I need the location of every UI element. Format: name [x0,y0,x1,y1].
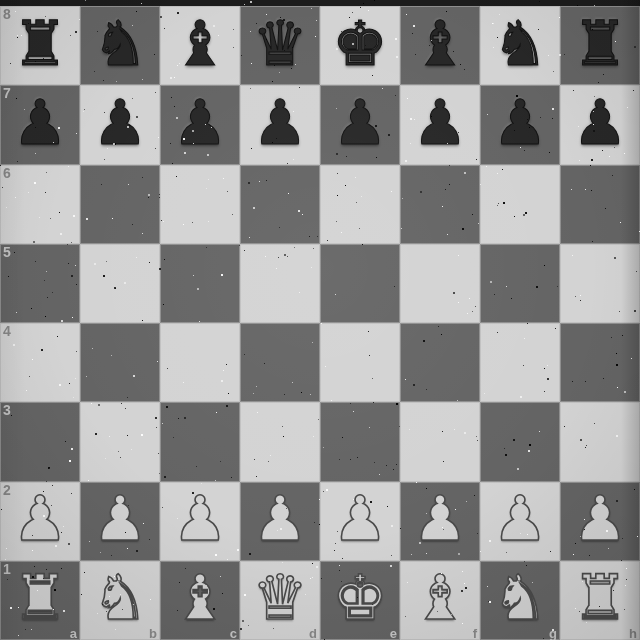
square-c1[interactable]: c♝ [160,561,240,640]
square-b3[interactable] [80,402,160,481]
piece-black-bishop[interactable]: ♝ [412,13,468,75]
square-c5[interactable] [160,244,240,323]
square-f5[interactable] [400,244,480,323]
square-d2[interactable]: ♟ [240,482,320,561]
piece-black-pawn[interactable]: ♟ [92,92,148,154]
square-f8[interactable]: ♝ [400,6,480,85]
square-e8[interactable]: ♚ [320,6,400,85]
piece-white-pawn[interactable]: ♟ [412,488,468,550]
rank-label-1: 1 [3,562,11,576]
piece-black-pawn[interactable]: ♟ [172,92,228,154]
rank-label-3: 3 [3,403,11,417]
piece-white-rook[interactable]: ♜ [12,567,68,629]
file-label-g: g [549,627,557,640]
piece-black-pawn[interactable]: ♟ [572,92,628,154]
square-c6[interactable] [160,165,240,244]
square-b6[interactable] [80,165,160,244]
piece-white-knight[interactable]: ♞ [92,567,148,629]
square-f2[interactable]: ♟ [400,482,480,561]
square-d5[interactable] [240,244,320,323]
piece-white-pawn[interactable]: ♟ [172,488,228,550]
square-h1[interactable]: h♜ [560,561,640,640]
piece-black-rook[interactable]: ♜ [572,13,628,75]
square-h5[interactable] [560,244,640,323]
square-g4[interactable] [480,323,560,402]
rank-label-2: 2 [3,483,11,497]
square-a2[interactable]: 2♟ [0,482,80,561]
piece-white-knight[interactable]: ♞ [492,567,548,629]
square-h7[interactable]: ♟ [560,85,640,164]
piece-black-pawn[interactable]: ♟ [412,92,468,154]
square-f7[interactable]: ♟ [400,85,480,164]
square-c7[interactable]: ♟ [160,85,240,164]
square-a3[interactable]: 3 [0,402,80,481]
rank-label-6: 6 [3,166,11,180]
square-h8[interactable]: ♜ [560,6,640,85]
rank-label-7: 7 [3,86,11,100]
square-g5[interactable] [480,244,560,323]
square-f6[interactable] [400,165,480,244]
square-b4[interactable] [80,323,160,402]
square-b1[interactable]: b♞ [80,561,160,640]
rank-label-5: 5 [3,245,11,259]
chess-board: 8♜♞♝♛♚♝♞♜7♟♟♟♟♟♟♟♟65432♟♟♟♟♟♟♟♟1a♜b♞c♝d♛… [0,6,640,640]
square-b7[interactable]: ♟ [80,85,160,164]
piece-black-rook[interactable]: ♜ [12,13,68,75]
board-frame: 8♜♞♝♛♚♝♞♜7♟♟♟♟♟♟♟♟65432♟♟♟♟♟♟♟♟1a♜b♞c♝d♛… [0,0,640,640]
square-b8[interactable]: ♞ [80,6,160,85]
square-f3[interactable] [400,402,480,481]
piece-black-knight[interactable]: ♞ [492,13,548,75]
square-d3[interactable] [240,402,320,481]
file-label-f: f [473,627,477,640]
piece-black-queen[interactable]: ♛ [252,13,308,75]
file-label-d: d [309,627,317,640]
piece-white-pawn[interactable]: ♟ [492,488,548,550]
square-c2[interactable]: ♟ [160,482,240,561]
piece-white-pawn[interactable]: ♟ [332,488,388,550]
square-e6[interactable] [320,165,400,244]
square-e1[interactable]: e♚ [320,561,400,640]
square-d4[interactable] [240,323,320,402]
piece-white-pawn[interactable]: ♟ [252,488,308,550]
piece-black-bishop[interactable]: ♝ [172,13,228,75]
square-a8[interactable]: 8♜ [0,6,80,85]
square-g8[interactable]: ♞ [480,6,560,85]
square-h4[interactable] [560,323,640,402]
rank-label-8: 8 [3,7,11,21]
piece-white-bishop[interactable]: ♝ [172,567,228,629]
square-h2[interactable]: ♟ [560,482,640,561]
piece-white-pawn[interactable]: ♟ [12,488,68,550]
square-h3[interactable] [560,402,640,481]
piece-black-knight[interactable]: ♞ [92,13,148,75]
square-f4[interactable] [400,323,480,402]
square-d7[interactable]: ♟ [240,85,320,164]
square-g3[interactable] [480,402,560,481]
square-c4[interactable] [160,323,240,402]
square-h6[interactable] [560,165,640,244]
square-d6[interactable] [240,165,320,244]
piece-white-pawn[interactable]: ♟ [92,488,148,550]
piece-black-pawn[interactable]: ♟ [252,92,308,154]
square-b5[interactable] [80,244,160,323]
piece-black-pawn[interactable]: ♟ [492,92,548,154]
piece-black-king[interactable]: ♚ [332,13,388,75]
piece-black-pawn[interactable]: ♟ [332,92,388,154]
square-a4[interactable]: 4 [0,323,80,402]
piece-white-rook[interactable]: ♜ [572,567,628,629]
square-a1[interactable]: 1a♜ [0,561,80,640]
square-g7[interactable]: ♟ [480,85,560,164]
piece-white-pawn[interactable]: ♟ [572,488,628,550]
square-b2[interactable]: ♟ [80,482,160,561]
square-a5[interactable]: 5 [0,244,80,323]
square-a6[interactable]: 6 [0,165,80,244]
square-e7[interactable]: ♟ [320,85,400,164]
square-d1[interactable]: d♛ [240,561,320,640]
file-label-a: a [70,627,77,640]
square-g2[interactable]: ♟ [480,482,560,561]
piece-white-king[interactable]: ♚ [332,567,388,629]
square-e3[interactable] [320,402,400,481]
square-a7[interactable]: 7♟ [0,85,80,164]
file-label-h: h [629,627,637,640]
file-label-c: c [230,627,237,640]
file-label-b: b [149,627,157,640]
square-g6[interactable] [480,165,560,244]
square-c8[interactable]: ♝ [160,6,240,85]
square-e2[interactable]: ♟ [320,482,400,561]
square-f1[interactable]: f♝ [400,561,480,640]
square-e4[interactable] [320,323,400,402]
piece-black-pawn[interactable]: ♟ [12,92,68,154]
square-g1[interactable]: g♞ [480,561,560,640]
square-c3[interactable] [160,402,240,481]
file-label-e: e [390,627,397,640]
square-e5[interactable] [320,244,400,323]
piece-white-bishop[interactable]: ♝ [412,567,468,629]
square-d8[interactable]: ♛ [240,6,320,85]
rank-label-4: 4 [3,324,11,338]
piece-white-queen[interactable]: ♛ [252,567,308,629]
